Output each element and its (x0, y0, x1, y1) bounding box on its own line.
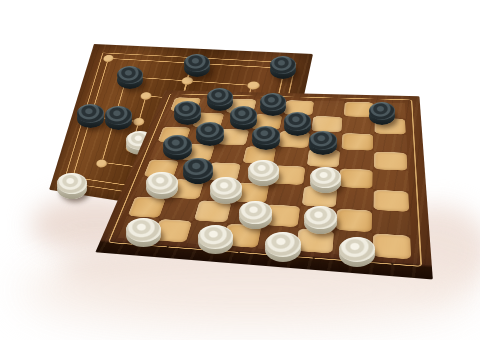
square-b7 (192, 112, 224, 128)
square-d1 (223, 224, 262, 248)
square-g3[interactable] (336, 187, 373, 210)
square-f7 (311, 116, 342, 132)
frame-nail (351, 260, 353, 262)
square-d3 (233, 182, 269, 203)
square-c3[interactable] (199, 180, 237, 202)
square-g2 (336, 209, 372, 233)
square-d5 (242, 146, 276, 164)
square-c2 (194, 200, 232, 222)
checkers-board (118, 97, 412, 260)
square-h7 (375, 118, 406, 135)
square-h6[interactable] (374, 134, 408, 153)
frame-nail (313, 257, 315, 259)
square-b4[interactable] (174, 160, 211, 180)
square-e3[interactable] (266, 184, 303, 206)
square-g7[interactable] (342, 117, 374, 134)
square-d4[interactable] (237, 163, 273, 183)
square-h4[interactable] (373, 170, 409, 192)
square-g1[interactable] (333, 230, 372, 257)
scene (0, 0, 480, 340)
square-e4 (271, 165, 306, 185)
square-f5 (307, 149, 340, 168)
square-b2[interactable] (160, 198, 200, 221)
square-b8[interactable] (197, 98, 229, 113)
square-h8[interactable] (374, 102, 406, 118)
square-e2 (263, 204, 300, 227)
square-b3 (168, 179, 205, 199)
square-h5 (374, 151, 407, 170)
square-c5[interactable] (211, 145, 246, 164)
square-c8 (226, 99, 257, 114)
square-d7 (251, 114, 283, 130)
square-h3 (373, 190, 409, 212)
square-e5[interactable] (274, 147, 309, 166)
square-b5 (181, 144, 215, 162)
square-c1[interactable] (186, 221, 227, 246)
square-g6 (341, 133, 373, 151)
square-h1 (373, 233, 411, 259)
square-g8 (344, 102, 374, 117)
square-f3 (302, 186, 338, 208)
square-f1 (296, 228, 334, 253)
square-h2[interactable] (372, 210, 410, 235)
square-c4 (206, 162, 241, 181)
square-c6 (216, 129, 249, 146)
square-g4 (339, 168, 373, 188)
square-e8 (284, 100, 314, 115)
square-f4[interactable] (304, 166, 340, 187)
square-d2[interactable] (227, 202, 266, 226)
square-f2[interactable] (298, 206, 336, 230)
square-f6[interactable] (308, 132, 341, 150)
square-e1[interactable] (258, 225, 298, 251)
frame-nail (275, 254, 277, 256)
square-b6[interactable] (186, 127, 221, 144)
square-f8[interactable] (313, 101, 344, 117)
square-e6 (278, 131, 310, 148)
square-c7[interactable] (220, 113, 253, 129)
square-d8[interactable] (254, 99, 286, 115)
square-e7[interactable] (280, 115, 313, 132)
square-g5[interactable] (339, 150, 373, 170)
square-d6[interactable] (246, 129, 280, 147)
frame-nail (391, 263, 393, 265)
